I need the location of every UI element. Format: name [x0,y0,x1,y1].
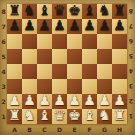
piece-white-pawn-c2[interactable]: ♟ [37,93,52,108]
square-b6[interactable] [22,34,37,49]
square-c4[interactable] [37,64,52,79]
piece-white-rook-h1[interactable]: ♜ [112,108,127,123]
piece-white-queen-d1[interactable]: ♛ [52,108,67,123]
rank-label-right-6: 6 [127,34,135,49]
file-label-b: B [22,124,37,135]
piece-white-pawn-g2[interactable]: ♟ [97,93,112,108]
square-e4[interactable] [67,64,82,79]
piece-black-knight-b8[interactable]: ♞ [22,3,37,18]
piece-black-pawn-h7[interactable]: ♟ [112,18,127,33]
square-f1[interactable]: ♝ [82,109,97,124]
square-g6[interactable] [97,34,112,49]
rank-label-right-2: 2 [127,94,135,109]
piece-white-pawn-d2[interactable]: ♟ [52,93,67,108]
piece-black-bishop-c8[interactable]: ♝ [37,3,52,18]
rank-label-right-3: 3 [127,79,135,94]
rank-label-left-8: 8 [0,4,7,19]
rank-label-left-5: 5 [0,49,7,64]
square-b5[interactable] [22,49,37,64]
square-e6[interactable] [67,34,82,49]
square-g1[interactable]: ♞ [97,109,112,124]
piece-white-pawn-e2[interactable]: ♟ [67,93,82,108]
piece-black-pawn-a7[interactable]: ♟ [7,18,22,33]
square-a7[interactable]: ♟ [7,19,22,34]
rank-label-left-1: 1 [0,109,7,124]
piece-black-bishop-f8[interactable]: ♝ [82,3,97,18]
chess-board-frame: 87654321 87654321 ABCDEFGH ♜♞♝♛♚♝♞♜♟♟♟♟♟… [0,0,135,135]
file-label-e: E [67,124,82,135]
piece-black-rook-h8[interactable]: ♜ [112,3,127,18]
rank-label-right-7: 7 [127,19,135,34]
piece-white-knight-b1[interactable]: ♞ [22,108,37,123]
square-h5[interactable] [112,49,127,64]
rank-label-right-4: 4 [127,64,135,79]
rank-label-left-7: 7 [0,19,7,34]
piece-black-pawn-b7[interactable]: ♟ [22,18,37,33]
piece-white-pawn-b2[interactable]: ♟ [22,93,37,108]
square-f7[interactable]: ♟ [82,19,97,34]
square-c5[interactable] [37,49,52,64]
rank-label-left-4: 4 [0,64,7,79]
square-b7[interactable]: ♟ [22,19,37,34]
square-h7[interactable]: ♟ [112,19,127,34]
piece-black-king-e8[interactable]: ♚ [67,3,82,18]
square-f4[interactable] [82,64,97,79]
square-d6[interactable] [52,34,67,49]
square-g4[interactable] [97,64,112,79]
rank-label-right-5: 5 [127,49,135,64]
piece-black-knight-g8[interactable]: ♞ [97,3,112,18]
file-label-f: F [82,124,97,135]
rank-label-right-8: 8 [127,4,135,19]
square-h1[interactable]: ♜ [112,109,127,124]
square-h4[interactable] [112,64,127,79]
square-g5[interactable] [97,49,112,64]
piece-white-pawn-h2[interactable]: ♟ [112,93,127,108]
square-d5[interactable] [52,49,67,64]
piece-black-pawn-c7[interactable]: ♟ [37,18,52,33]
piece-black-pawn-e7[interactable]: ♟ [67,18,82,33]
rank-labels-right: 87654321 [127,4,135,124]
piece-black-rook-a8[interactable]: ♜ [7,3,22,18]
piece-white-bishop-c1[interactable]: ♝ [37,108,52,123]
square-e7[interactable]: ♟ [67,19,82,34]
square-b4[interactable] [22,64,37,79]
square-c6[interactable] [37,34,52,49]
square-c7[interactable]: ♟ [37,19,52,34]
rank-label-left-3: 3 [0,79,7,94]
rank-labels-left: 87654321 [0,4,7,124]
piece-black-pawn-d7[interactable]: ♟ [52,18,67,33]
file-labels-bottom: ABCDEFGH [7,124,127,135]
rank-label-left-2: 2 [0,94,7,109]
piece-white-bishop-f1[interactable]: ♝ [82,108,97,123]
square-c1[interactable]: ♝ [37,109,52,124]
square-h6[interactable] [112,34,127,49]
piece-white-pawn-a2[interactable]: ♟ [7,93,22,108]
square-d4[interactable] [52,64,67,79]
file-label-d: D [52,124,67,135]
piece-black-queen-d8[interactable]: ♛ [52,3,67,18]
square-g7[interactable]: ♟ [97,19,112,34]
file-label-a: A [7,124,22,135]
square-d1[interactable]: ♛ [52,109,67,124]
square-e5[interactable] [67,49,82,64]
square-f6[interactable] [82,34,97,49]
piece-white-king-e1[interactable]: ♚ [67,108,82,123]
piece-black-pawn-g7[interactable]: ♟ [97,18,112,33]
chess-board[interactable]: ♜♞♝♛♚♝♞♜♟♟♟♟♟♟♟♟♟♟♟♟♟♟♟♟♜♞♝♛♚♝♞♜ [7,4,127,124]
square-b1[interactable]: ♞ [22,109,37,124]
rank-label-left-6: 6 [0,34,7,49]
file-label-h: H [112,124,127,135]
rank-label-right-1: 1 [127,109,135,124]
square-d7[interactable]: ♟ [52,19,67,34]
piece-black-pawn-f7[interactable]: ♟ [82,18,97,33]
square-a5[interactable] [7,49,22,64]
square-a4[interactable] [7,64,22,79]
file-label-c: C [37,124,52,135]
square-e1[interactable]: ♚ [67,109,82,124]
piece-white-rook-a1[interactable]: ♜ [7,108,22,123]
piece-white-pawn-f2[interactable]: ♟ [82,93,97,108]
file-label-g: G [97,124,112,135]
square-f5[interactable] [82,49,97,64]
square-a1[interactable]: ♜ [7,109,22,124]
piece-white-knight-g1[interactable]: ♞ [97,108,112,123]
square-a6[interactable] [7,34,22,49]
